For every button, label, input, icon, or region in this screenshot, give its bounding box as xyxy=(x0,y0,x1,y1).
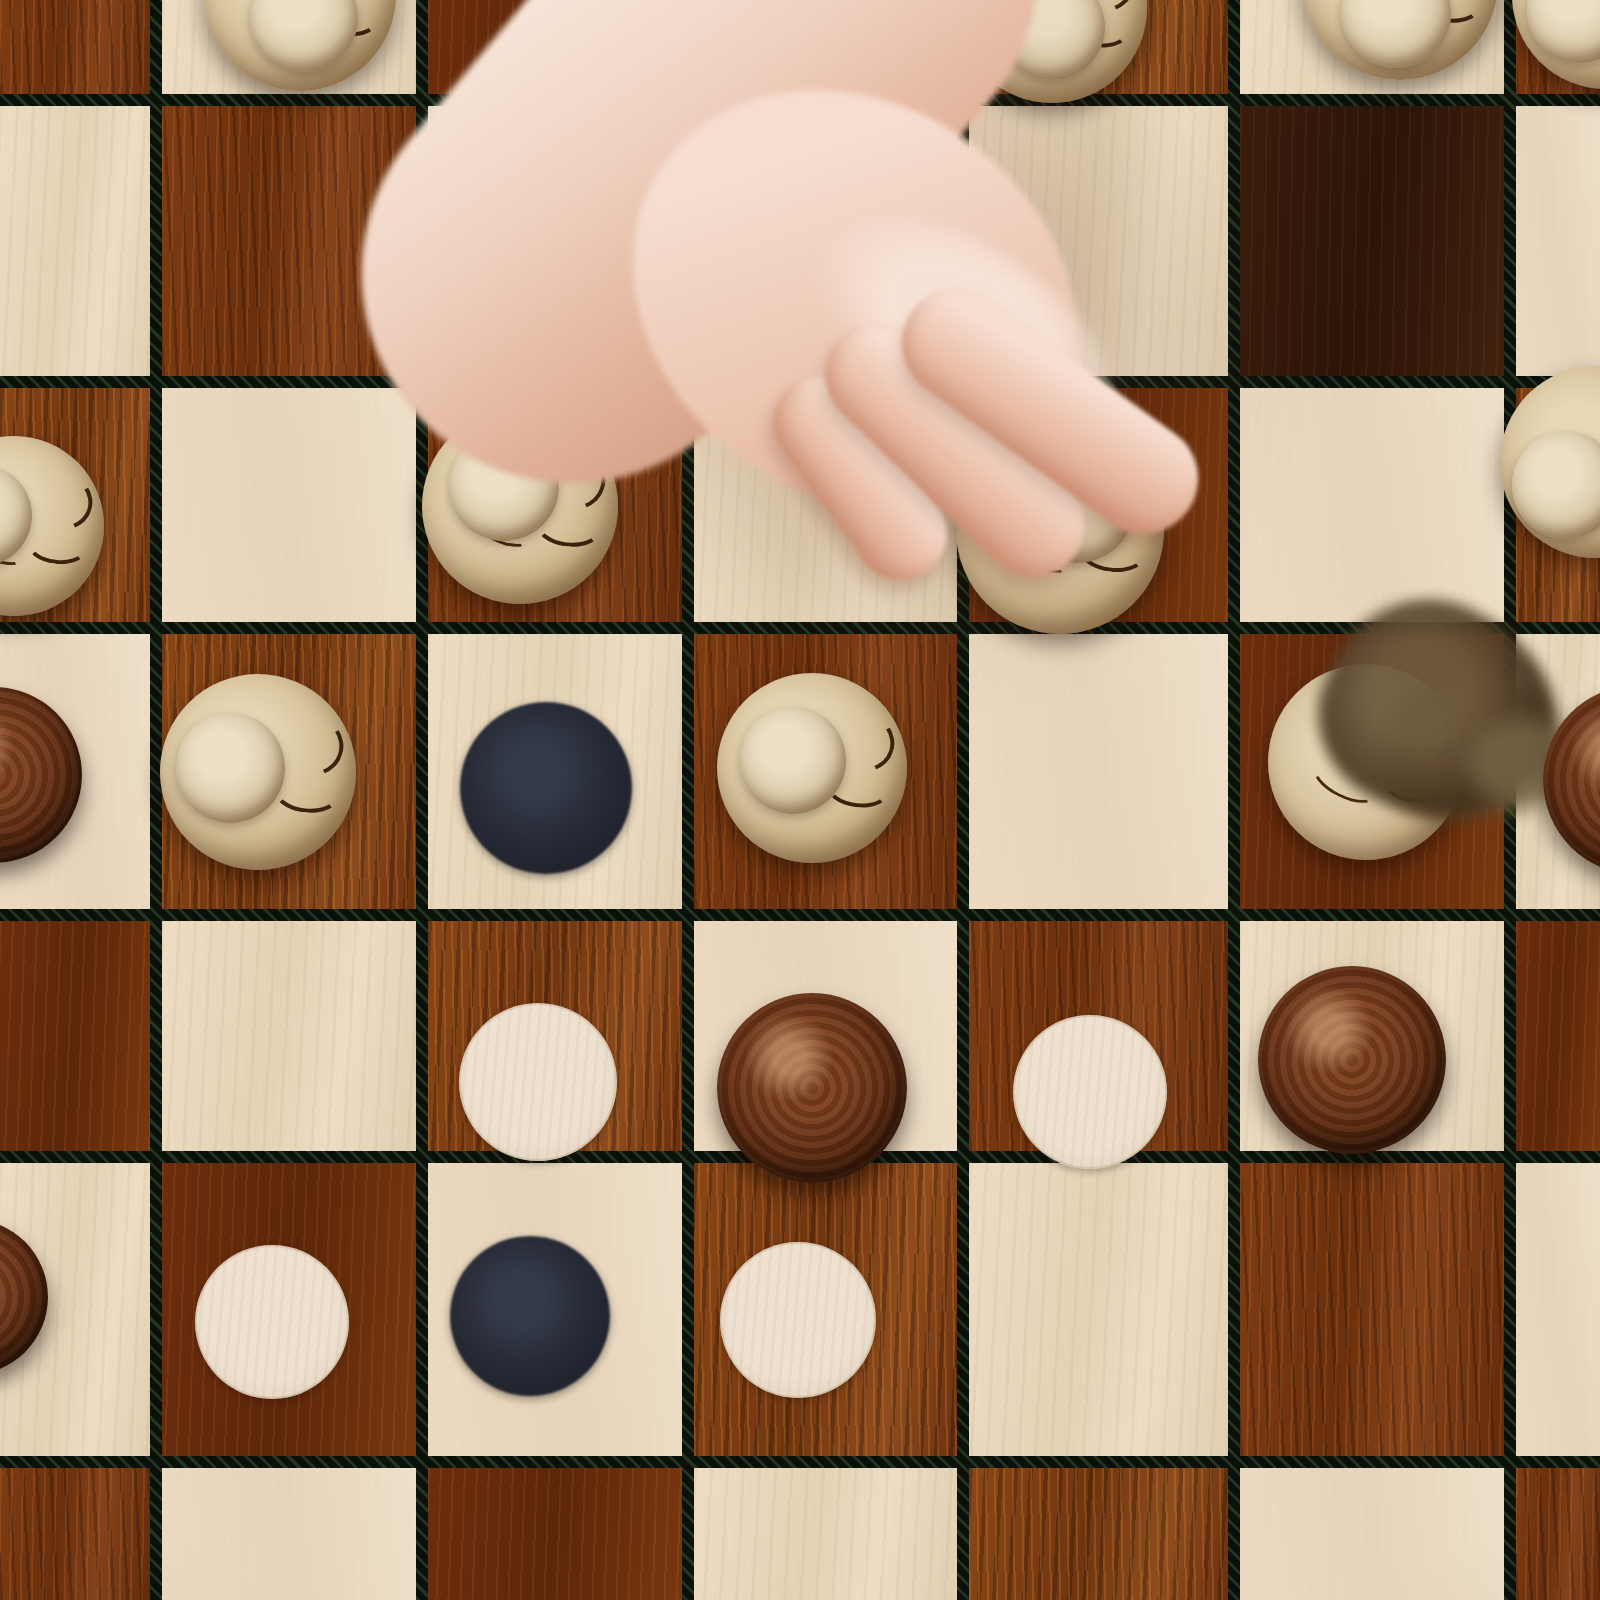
square-c0-r4-dark[interactable] xyxy=(0,921,150,1151)
square-c3-r6-light[interactable] xyxy=(694,1468,957,1600)
dome-surface xyxy=(1258,966,1446,1154)
square-c6-r6-dark[interactable] xyxy=(1516,1468,1600,1600)
square-c5-r1-dark[interactable] xyxy=(1240,106,1504,376)
dark-dome-c5r4[interactable] xyxy=(1258,966,1446,1154)
disc-surface xyxy=(1013,1015,1167,1169)
disc-surface xyxy=(195,1245,349,1399)
square-c0-r1-light[interactable] xyxy=(0,106,150,376)
dark-dome-c6r3[interactable] xyxy=(1543,685,1600,875)
square-c2-r1-light[interactable] xyxy=(428,106,682,376)
white-pawn-c6r2[interactable] xyxy=(1500,366,1600,558)
white-pawn-c5r0[interactable] xyxy=(1302,0,1498,80)
square-c1-r6-light[interactable] xyxy=(162,1468,416,1600)
white-pawn-c4r2[interactable] xyxy=(956,426,1164,634)
square-c2-r6-dark[interactable] xyxy=(428,1468,682,1600)
white-pawn-c3r3[interactable] xyxy=(717,673,907,863)
disc-surface xyxy=(720,1242,876,1398)
square-c6-r5-light[interactable] xyxy=(1516,1163,1600,1456)
light-disc-c4r4[interactable] xyxy=(1013,1015,1167,1169)
square-c6-r1-light[interactable] xyxy=(1516,106,1600,376)
pawn-head xyxy=(176,713,286,823)
pawn-head xyxy=(449,432,559,542)
square-c5-r6-light[interactable] xyxy=(1240,1468,1504,1600)
white-knight-c5r3[interactable] xyxy=(1268,664,1464,860)
square-c5-r5-dark[interactable] xyxy=(1240,1163,1504,1456)
dome-surface xyxy=(0,687,82,863)
square-c6-r4-dark[interactable] xyxy=(1516,921,1600,1151)
light-disc-c3r5[interactable] xyxy=(720,1242,876,1398)
dark-dome-c0r5[interactable] xyxy=(0,1219,48,1375)
disc-surface xyxy=(459,1003,617,1161)
square-c3-r2-light[interactable] xyxy=(694,388,957,622)
black-disc-c2r5[interactable] xyxy=(450,1236,610,1396)
disc-surface xyxy=(460,702,632,874)
square-c3-r1-dark[interactable] xyxy=(694,106,957,376)
white-pawn-c2r2[interactable] xyxy=(422,408,618,604)
square-c5-r2-light[interactable] xyxy=(1240,388,1504,622)
pawn-head xyxy=(1018,447,1134,563)
white-pawn-c1r0[interactable] xyxy=(204,0,396,91)
dome-surface xyxy=(1543,685,1600,875)
square-c4-r6-dark[interactable] xyxy=(969,1468,1228,1600)
square-c1-r2-light[interactable] xyxy=(162,388,416,622)
dark-dome-c3r4[interactable] xyxy=(717,993,907,1183)
dome-surface xyxy=(717,993,907,1183)
square-c1-r4-light[interactable] xyxy=(162,921,416,1151)
black-disc-c2r3[interactable] xyxy=(460,702,632,874)
square-c2-r0-dark[interactable] xyxy=(428,0,682,94)
square-c0-r6-dark[interactable] xyxy=(0,1468,150,1600)
square-c4-r3-light[interactable] xyxy=(969,634,1228,909)
square-c1-r1-dark[interactable] xyxy=(162,106,416,376)
square-c4-r5-light[interactable] xyxy=(969,1163,1228,1456)
dark-dome-c0r3[interactable] xyxy=(0,687,82,863)
dome-surface xyxy=(0,1219,48,1375)
light-disc-c1r5[interactable] xyxy=(195,1245,349,1399)
square-c0-r0-dark[interactable] xyxy=(0,0,150,94)
board-photo xyxy=(0,0,1600,1600)
white-pawn-c0r2[interactable] xyxy=(0,436,104,616)
light-disc-c2r4[interactable] xyxy=(459,1003,617,1161)
disc-surface xyxy=(450,1236,610,1396)
white-pawn-c4r0[interactable] xyxy=(957,0,1147,103)
square-c3-r0-light[interactable] xyxy=(694,0,957,94)
white-pawn-c1r3[interactable] xyxy=(160,674,356,870)
square-c4-r1-light[interactable] xyxy=(969,106,1228,376)
pawn-head xyxy=(740,707,846,813)
white-pawn-c6r0[interactable] xyxy=(1512,0,1600,89)
